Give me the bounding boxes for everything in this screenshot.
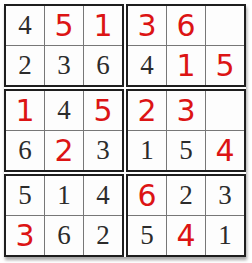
entered-digit: 2 (54, 136, 73, 166)
cell-r3c1[interactable]: 1 (6, 91, 44, 130)
cell-r6c2[interactable]: 6 (45, 216, 83, 255)
entered-digit: 5 (215, 51, 234, 81)
entered-digit: 5 (93, 96, 112, 126)
cell-r2c4[interactable]: 4 (128, 46, 166, 85)
cell-r4c3[interactable]: 3 (84, 131, 122, 170)
cell-r5c4[interactable]: 6 (128, 176, 166, 215)
entered-digit: 5 (54, 11, 73, 41)
given-digit: 6 (96, 52, 110, 79)
cell-r1c3[interactable]: 1 (84, 6, 122, 45)
cell-r2c3[interactable]: 6 (84, 46, 122, 85)
cell-r3c2[interactable]: 4 (45, 91, 83, 130)
given-digit: 5 (18, 182, 32, 209)
cell-r4c5[interactable]: 5 (167, 131, 205, 170)
cell-r5c1[interactable]: 5 (6, 176, 44, 215)
given-digit: 4 (140, 52, 154, 79)
cell-r1c5[interactable]: 6 (167, 6, 205, 45)
cell-r5c5[interactable]: 2 (167, 176, 205, 215)
given-digit: 2 (18, 52, 32, 79)
box-1-2: 36415 (126, 4, 246, 87)
given-digit: 6 (57, 222, 71, 249)
entered-digit: 1 (176, 51, 195, 81)
cell-r6c5[interactable]: 4 (167, 216, 205, 255)
entered-digit: 4 (215, 136, 234, 166)
cell-r1c2[interactable]: 5 (45, 6, 83, 45)
given-digit: 3 (218, 182, 232, 209)
box-2-2: 23154 (126, 89, 246, 172)
entered-digit: 3 (137, 11, 156, 41)
box-1-1: 451236 (4, 4, 124, 87)
given-digit: 3 (57, 52, 71, 79)
entered-digit: 1 (15, 96, 34, 126)
given-digit: 5 (179, 137, 193, 164)
given-digit: 4 (96, 182, 110, 209)
cell-r1c6[interactable] (206, 6, 244, 45)
cell-r4c2[interactable]: 2 (45, 131, 83, 170)
given-digit: 1 (140, 137, 154, 164)
cell-r2c6[interactable]: 5 (206, 46, 244, 85)
given-digit: 5 (140, 222, 154, 249)
given-digit: 2 (96, 222, 110, 249)
cell-r4c6[interactable]: 4 (206, 131, 244, 170)
sudoku-board: 4512363641514562323154514362623541 (4, 4, 246, 257)
given-digit: 2 (179, 182, 193, 209)
cell-r2c2[interactable]: 3 (45, 46, 83, 85)
box-3-1: 514362 (4, 174, 124, 257)
cell-r2c5[interactable]: 1 (167, 46, 205, 85)
given-digit: 3 (96, 137, 110, 164)
cell-r3c4[interactable]: 2 (128, 91, 166, 130)
page-background: 4512363641514562323154514362623541 (0, 0, 252, 263)
cell-r3c3[interactable]: 5 (84, 91, 122, 130)
entered-digit: 3 (176, 96, 195, 126)
box-2-1: 145623 (4, 89, 124, 172)
cell-r2c1[interactable]: 2 (6, 46, 44, 85)
cell-r1c1[interactable]: 4 (6, 6, 44, 45)
entered-digit: 4 (176, 221, 195, 251)
cell-r6c4[interactable]: 5 (128, 216, 166, 255)
cell-r5c3[interactable]: 4 (84, 176, 122, 215)
cell-r4c1[interactable]: 6 (6, 131, 44, 170)
cell-r6c6[interactable]: 1 (206, 216, 244, 255)
cell-r3c6[interactable] (206, 91, 244, 130)
entered-digit: 3 (15, 221, 34, 251)
cell-r1c4[interactable]: 3 (128, 6, 166, 45)
box-3-2: 623541 (126, 174, 246, 257)
cell-r6c1[interactable]: 3 (6, 216, 44, 255)
given-digit: 4 (57, 97, 71, 124)
entered-digit: 2 (137, 96, 156, 126)
entered-digit: 6 (176, 11, 195, 41)
given-digit: 1 (57, 182, 71, 209)
cell-r3c5[interactable]: 3 (167, 91, 205, 130)
cell-r5c6[interactable]: 3 (206, 176, 244, 215)
given-digit: 4 (18, 12, 32, 39)
cell-r5c2[interactable]: 1 (45, 176, 83, 215)
cell-r4c4[interactable]: 1 (128, 131, 166, 170)
given-digit: 1 (218, 222, 232, 249)
cell-r6c3[interactable]: 2 (84, 216, 122, 255)
entered-digit: 1 (93, 11, 112, 41)
entered-digit: 6 (137, 181, 156, 211)
given-digit: 6 (18, 137, 32, 164)
